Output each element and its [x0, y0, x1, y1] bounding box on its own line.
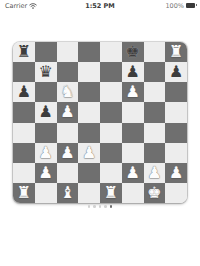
square-a3[interactable]	[13, 143, 35, 163]
square-d4[interactable]	[78, 123, 100, 143]
square-a4[interactable]	[13, 123, 35, 143]
square-f4[interactable]	[122, 123, 144, 143]
square-h2[interactable]: ♟	[165, 163, 187, 183]
square-c8[interactable]	[57, 42, 79, 62]
square-g8[interactable]	[144, 42, 166, 62]
black-queen-piece[interactable]: ♛	[38, 64, 52, 80]
white-king-piece[interactable]: ♚	[147, 185, 161, 201]
square-g1[interactable]: ♚	[144, 183, 166, 203]
square-h6[interactable]	[165, 82, 187, 102]
square-f1[interactable]	[122, 183, 144, 203]
clock: 1:52 PM	[85, 2, 115, 10]
page-dot-4[interactable]	[104, 205, 107, 208]
square-g4[interactable]	[144, 123, 166, 143]
white-pawn-piece[interactable]: ♟	[38, 165, 52, 181]
battery-icon	[186, 3, 195, 8]
page-dot-1[interactable]	[88, 205, 91, 208]
square-d8[interactable]	[78, 42, 100, 62]
square-e6[interactable]	[100, 82, 122, 102]
black-pawn-piece[interactable]: ♟	[17, 84, 31, 100]
square-b1[interactable]	[35, 183, 57, 203]
white-pawn-piece[interactable]: ♟	[125, 84, 139, 100]
square-c3[interactable]: ♟	[57, 143, 79, 163]
square-h4[interactable]	[165, 123, 187, 143]
square-b4[interactable]	[35, 123, 57, 143]
square-b6[interactable]	[35, 82, 57, 102]
square-c6[interactable]: ♞	[57, 82, 79, 102]
square-e7[interactable]	[100, 62, 122, 82]
square-c1[interactable]: ♝	[57, 183, 79, 203]
page-dot-2[interactable]	[93, 205, 96, 208]
white-pawn-piece[interactable]: ♟	[169, 165, 183, 181]
square-g6[interactable]	[144, 82, 166, 102]
square-c2[interactable]	[57, 163, 79, 183]
square-f3[interactable]	[122, 143, 144, 163]
square-g3[interactable]	[144, 143, 166, 163]
white-pawn-piece[interactable]: ♟	[38, 145, 52, 161]
white-pawn-piece[interactable]: ♟	[82, 145, 96, 161]
square-b5[interactable]: ♟	[35, 102, 57, 122]
square-b7[interactable]: ♛	[35, 62, 57, 82]
square-a2[interactable]	[13, 163, 35, 183]
square-g2[interactable]: ♟	[144, 163, 166, 183]
square-a6[interactable]: ♟	[13, 82, 35, 102]
square-e3[interactable]	[100, 143, 122, 163]
square-h3[interactable]	[165, 143, 187, 163]
square-d5[interactable]	[78, 102, 100, 122]
page-control[interactable]	[0, 205, 200, 208]
battery-percent: 100%	[165, 2, 184, 10]
square-d1[interactable]	[78, 183, 100, 203]
square-d7[interactable]	[78, 62, 100, 82]
black-pawn-piece[interactable]: ♟	[125, 64, 139, 80]
square-h8[interactable]: ♜	[165, 42, 187, 62]
square-a8[interactable]: ♜	[13, 42, 35, 62]
square-e8[interactable]	[100, 42, 122, 62]
black-rook-piece[interactable]: ♜	[17, 44, 31, 60]
white-pawn-piece[interactable]: ♟	[125, 165, 139, 181]
wifi-icon	[29, 3, 37, 9]
square-f6[interactable]: ♟	[122, 82, 144, 102]
page-dot-5-active[interactable]	[110, 205, 113, 208]
black-king-piece[interactable]: ♚	[125, 44, 139, 60]
square-f5[interactable]	[122, 102, 144, 122]
page-dot-3[interactable]	[99, 205, 102, 208]
status-bar-right: 100%	[165, 2, 195, 10]
square-h1[interactable]	[165, 183, 187, 203]
status-bar-left: Carrier	[5, 2, 37, 10]
square-a1[interactable]: ♜	[13, 183, 35, 203]
white-bishop-piece[interactable]: ♝	[60, 185, 74, 201]
app-screen: Carrier 1:52 PM 100% ♜♚♜♛♟♟♟♞♟♟♟♟♟♟♟♟♟♟♜…	[0, 0, 200, 266]
square-f2[interactable]: ♟	[122, 163, 144, 183]
white-pawn-piece[interactable]: ♟	[60, 104, 74, 120]
square-e4[interactable]	[100, 123, 122, 143]
square-e5[interactable]	[100, 102, 122, 122]
white-rook-piece[interactable]: ♜	[17, 185, 31, 201]
square-f8[interactable]: ♚	[122, 42, 144, 62]
square-d2[interactable]	[78, 163, 100, 183]
square-b3[interactable]: ♟	[35, 143, 57, 163]
status-bar: Carrier 1:52 PM 100%	[0, 0, 200, 11]
black-pawn-piece[interactable]: ♟	[38, 104, 52, 120]
square-g7[interactable]	[144, 62, 166, 82]
black-pawn-piece[interactable]: ♟	[169, 64, 183, 80]
square-h7[interactable]: ♟	[165, 62, 187, 82]
white-pawn-piece[interactable]: ♟	[147, 165, 161, 181]
square-d6[interactable]	[78, 82, 100, 102]
square-d3[interactable]: ♟	[78, 143, 100, 163]
carrier-label: Carrier	[5, 2, 27, 10]
white-rook-piece[interactable]: ♜	[104, 185, 118, 201]
square-a7[interactable]	[13, 62, 35, 82]
square-f7[interactable]: ♟	[122, 62, 144, 82]
square-c5[interactable]: ♟	[57, 102, 79, 122]
square-b2[interactable]: ♟	[35, 163, 57, 183]
square-b8[interactable]	[35, 42, 57, 62]
square-e2[interactable]	[100, 163, 122, 183]
square-a5[interactable]	[13, 102, 35, 122]
white-rook-piece[interactable]: ♜	[169, 44, 183, 60]
square-e1[interactable]: ♜	[100, 183, 122, 203]
square-g5[interactable]	[144, 102, 166, 122]
square-h5[interactable]	[165, 102, 187, 122]
square-c7[interactable]	[57, 62, 79, 82]
square-c4[interactable]	[57, 123, 79, 143]
white-knight-piece[interactable]: ♞	[60, 84, 74, 100]
white-pawn-piece[interactable]: ♟	[60, 145, 74, 161]
chess-board[interactable]: ♜♚♜♛♟♟♟♞♟♟♟♟♟♟♟♟♟♟♜♝♜♚	[13, 42, 187, 203]
